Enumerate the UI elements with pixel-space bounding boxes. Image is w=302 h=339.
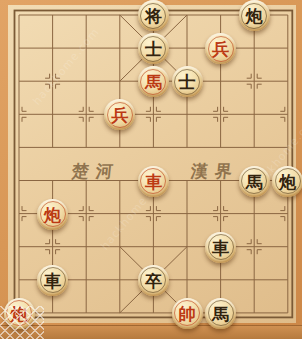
piece-glyph: 馬	[212, 306, 229, 323]
piece-glyph: 帥	[179, 306, 196, 323]
piece-glyph: 兵	[212, 41, 229, 58]
piece-red-general[interactable]: 帥	[172, 298, 203, 329]
piece-black-horse[interactable]: 馬	[239, 166, 270, 197]
piece-black-advisor[interactable]: 士	[138, 33, 169, 64]
piece-glyph: 卒	[145, 273, 162, 290]
watermark-lattice	[0, 306, 44, 339]
piece-glyph: 車	[145, 174, 162, 191]
piece-glyph: 馬	[246, 174, 263, 191]
board-play-area[interactable]: 将炮士兵馬士兵車馬炮炮車車卒炮帥馬	[0, 0, 302, 339]
piece-red-horse[interactable]: 馬	[138, 66, 169, 97]
piece-glyph: 馬	[145, 74, 162, 91]
piece-black-chariot[interactable]: 車	[37, 265, 68, 296]
piece-glyph: 兵	[111, 107, 128, 124]
piece-glyph: 士	[179, 74, 196, 91]
piece-red-soldier[interactable]: 兵	[104, 99, 135, 130]
piece-glyph: 炮	[44, 207, 61, 224]
piece-glyph: 炮	[246, 8, 263, 25]
piece-glyph: 車	[44, 273, 61, 290]
piece-black-general[interactable]: 将	[138, 0, 169, 31]
piece-glyph: 炮	[279, 174, 296, 191]
piece-black-horse[interactable]: 馬	[205, 298, 236, 329]
piece-black-cannon[interactable]: 炮	[272, 166, 302, 197]
piece-red-soldier[interactable]: 兵	[205, 33, 236, 64]
piece-glyph: 士	[145, 41, 162, 58]
piece-red-cannon[interactable]: 炮	[37, 199, 68, 230]
piece-black-chariot[interactable]: 車	[205, 232, 236, 263]
piece-red-chariot[interactable]: 車	[138, 166, 169, 197]
piece-black-cannon[interactable]: 炮	[239, 0, 270, 31]
xiangqi-board-screenshot: 楚河 漢界 hackhome.com hackhome.com hackhome…	[0, 0, 302, 339]
piece-glyph: 車	[212, 240, 229, 257]
piece-black-advisor[interactable]: 士	[172, 66, 203, 97]
piece-glyph: 将	[145, 8, 162, 25]
piece-black-soldier[interactable]: 卒	[138, 265, 169, 296]
